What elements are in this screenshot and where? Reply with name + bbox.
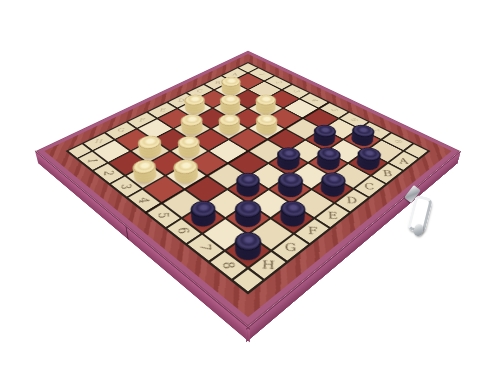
edge-cell-right-B: B bbox=[373, 164, 402, 183]
navy-piece-C7[interactable] bbox=[312, 154, 343, 173]
board-grid: 12345678AABBCCDDEEFFGGHH12345678 bbox=[66, 62, 431, 294]
file-label-top-4: 4 bbox=[310, 99, 319, 102]
fold-seam-side bbox=[125, 227, 128, 241]
file-label-top-1: 1 bbox=[257, 73, 265, 76]
rank-label-A: A bbox=[398, 157, 409, 165]
rank-label-E: E bbox=[327, 211, 338, 221]
rank-label-F: F bbox=[307, 226, 317, 236]
rank-label-left-C: C bbox=[197, 89, 204, 93]
rank-label-left-E: E bbox=[159, 108, 166, 113]
board-border-band: 12345678AABBCCDDEEFFGGHH12345678 bbox=[44, 54, 451, 317]
yellow-piece-C4[interactable] bbox=[252, 121, 281, 138]
edge-corner-cell bbox=[68, 144, 90, 157]
clasp bbox=[400, 184, 434, 242]
file-label-6: 6 bbox=[176, 227, 190, 234]
file-label-1: 1 bbox=[86, 158, 99, 164]
file-label-top-5: 5 bbox=[329, 108, 338, 111]
rank-label-left-G: G bbox=[117, 128, 126, 133]
file-label-top-8: 8 bbox=[392, 140, 402, 144]
checkers-board: 12345678AABBCCDDEEFFGGHH12345678 bbox=[36, 51, 460, 327]
file-label-top-3: 3 bbox=[292, 90, 301, 93]
rank-label-left-F: F bbox=[138, 118, 145, 123]
clasp-hook bbox=[413, 223, 424, 237]
rank-label-left-A: A bbox=[232, 72, 238, 76]
product-photo-stage: 12345678AABBCCDDEEFFGGHH12345678 bbox=[0, 0, 500, 375]
file-label-top-6: 6 bbox=[349, 118, 359, 122]
edge-corner-cell bbox=[405, 144, 427, 157]
file-label-8: 8 bbox=[220, 261, 236, 269]
navy-piece-G7[interactable] bbox=[231, 206, 266, 230]
yellow-piece-D3[interactable] bbox=[215, 121, 244, 138]
file-label-7: 7 bbox=[198, 244, 213, 252]
file-label-3: 3 bbox=[119, 183, 132, 189]
edge-cell-bottom-1: 1 bbox=[78, 152, 106, 170]
rank-label-left-H: H bbox=[94, 139, 104, 144]
file-label-5: 5 bbox=[156, 212, 170, 219]
rank-label-B: B bbox=[382, 169, 393, 177]
edge-cell-top-4: 4 bbox=[301, 94, 328, 108]
rank-label-G: G bbox=[285, 242, 297, 253]
rank-label-D: D bbox=[346, 196, 358, 205]
rank-label-C: C bbox=[364, 182, 375, 191]
rank-label-H: H bbox=[261, 259, 274, 271]
navy-piece-B6[interactable] bbox=[309, 131, 339, 148]
file-label-top-2: 2 bbox=[274, 81, 282, 84]
file-label-2: 2 bbox=[102, 170, 115, 176]
navy-piece-F8[interactable] bbox=[275, 206, 310, 230]
file-label-4: 4 bbox=[137, 197, 150, 204]
navy-piece-D6[interactable] bbox=[272, 154, 303, 173]
square-G7[interactable] bbox=[227, 204, 268, 232]
board-frame: 12345678AABBCCDDEEFFGGHH12345678 bbox=[36, 51, 460, 327]
